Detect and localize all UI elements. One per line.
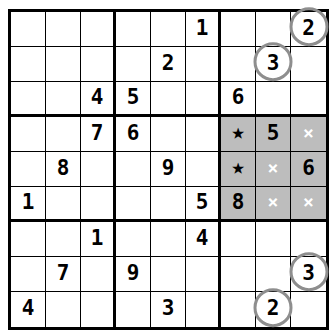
cell-r3c5[interactable] <box>151 82 186 117</box>
cell-r3c3[interactable]: 4 <box>81 82 116 117</box>
cell-r8c4[interactable]: 9 <box>116 257 151 292</box>
cell-digit: 7 <box>91 123 104 144</box>
cell-r4c1[interactable] <box>11 117 46 152</box>
x-mark-icon: × <box>303 124 314 142</box>
cell-r5c3[interactable] <box>81 152 116 187</box>
cell-r3c1[interactable] <box>11 82 46 117</box>
cell-r3c8[interactable] <box>256 82 291 117</box>
cell-r6c4[interactable] <box>116 187 151 222</box>
cell-digit: 7 <box>57 263 70 284</box>
cell-r8c5[interactable] <box>151 257 186 292</box>
cell-r2c2[interactable] <box>46 47 81 82</box>
cell-r8c6[interactable] <box>186 257 221 292</box>
cell-r7c9[interactable] <box>291 222 326 257</box>
star-icon: ★ <box>231 121 244 143</box>
cell-r4c4[interactable]: 6 <box>116 117 151 152</box>
cell-digit: 4 <box>91 87 104 108</box>
cell-r4c7[interactable]: ★ <box>221 117 256 152</box>
cell-r7c8[interactable] <box>256 222 291 257</box>
cell-r6c3[interactable] <box>81 187 116 222</box>
cell-r7c1[interactable] <box>11 222 46 257</box>
cell-r2c1[interactable] <box>11 47 46 82</box>
cell-r9c5[interactable]: 3 <box>151 292 186 327</box>
cell-r2c7[interactable] <box>221 47 256 82</box>
cell-r3c2[interactable] <box>46 82 81 117</box>
cell-r1c4[interactable] <box>116 12 151 47</box>
cell-r1c3[interactable] <box>81 12 116 47</box>
cell-digit: 8 <box>57 158 70 179</box>
cell-r4c6[interactable] <box>186 117 221 152</box>
cell-r1c5[interactable] <box>151 12 186 47</box>
star-icon: ★ <box>231 156 244 178</box>
x-mark-icon: × <box>268 193 279 211</box>
cell-r5c1[interactable] <box>11 152 46 187</box>
cell-r1c2[interactable] <box>46 12 81 47</box>
cell-r3c4[interactable]: 5 <box>116 82 151 117</box>
cell-r2c8[interactable]: 3 <box>256 47 291 82</box>
cell-r6c5[interactable] <box>151 187 186 222</box>
cell-digit: 2 <box>162 53 175 74</box>
cell-digit: 1 <box>196 18 209 39</box>
cell-r3c7[interactable]: 6 <box>221 82 256 117</box>
cell-r7c5[interactable] <box>151 222 186 257</box>
cell-r5c2[interactable]: 8 <box>46 152 81 187</box>
cell-r4c3[interactable]: 7 <box>81 117 116 152</box>
cell-r9c6[interactable] <box>186 292 221 327</box>
cell-r2c4[interactable] <box>116 47 151 82</box>
cell-digit: 6 <box>232 87 245 108</box>
sudoku-screenshot: 122345676★5×89★×6158××14793432 <box>0 0 336 336</box>
cell-r9c7[interactable] <box>221 292 256 327</box>
cell-r9c2[interactable] <box>46 292 81 327</box>
cell-r9c3[interactable] <box>81 292 116 327</box>
cell-digit: 5 <box>196 192 209 213</box>
cell-digit: 6 <box>302 158 315 179</box>
cell-r9c4[interactable] <box>116 292 151 327</box>
cell-digit: 9 <box>162 158 175 179</box>
cell-r8c9[interactable]: 3 <box>291 257 326 292</box>
cell-r1c6[interactable]: 1 <box>186 12 221 47</box>
cell-r7c7[interactable] <box>221 222 256 257</box>
cell-r5c6[interactable] <box>186 152 221 187</box>
cell-digit: 5 <box>267 123 280 144</box>
cell-r3c6[interactable] <box>186 82 221 117</box>
cell-r5c7[interactable]: ★ <box>221 152 256 187</box>
cell-digit: 1 <box>22 192 35 213</box>
cell-r6c2[interactable] <box>46 187 81 222</box>
cell-r4c5[interactable] <box>151 117 186 152</box>
cell-r4c2[interactable] <box>46 117 81 152</box>
cell-r3c9[interactable] <box>291 82 326 117</box>
cell-digit: 1 <box>91 228 104 249</box>
cell-r7c3[interactable]: 1 <box>81 222 116 257</box>
cell-digit: 9 <box>127 263 140 284</box>
cell-r9c8[interactable]: 2 <box>256 292 291 327</box>
cell-r2c9[interactable] <box>291 47 326 82</box>
cell-r2c3[interactable] <box>81 47 116 82</box>
cell-r4c9[interactable]: × <box>291 117 326 152</box>
cell-r9c1[interactable]: 4 <box>11 292 46 327</box>
x-mark-icon: × <box>303 193 314 211</box>
cell-r4c8[interactable]: 5 <box>256 117 291 152</box>
cell-r6c7[interactable]: 8 <box>221 187 256 222</box>
cell-r8c2[interactable]: 7 <box>46 257 81 292</box>
cell-r1c7[interactable] <box>221 12 256 47</box>
cell-r6c1[interactable]: 1 <box>11 187 46 222</box>
cell-r7c2[interactable] <box>46 222 81 257</box>
cell-digit: 4 <box>196 228 209 249</box>
cell-r9c9[interactable] <box>291 292 326 327</box>
cell-r1c8[interactable] <box>256 12 291 47</box>
cell-digit: 2 <box>302 18 315 39</box>
cell-r5c8[interactable]: × <box>256 152 291 187</box>
cell-digit: 3 <box>162 298 175 319</box>
cell-r6c8[interactable]: × <box>256 187 291 222</box>
cell-digit: 8 <box>232 192 245 213</box>
cell-r1c9[interactable]: 2 <box>291 12 326 47</box>
cell-r5c9[interactable]: 6 <box>291 152 326 187</box>
cell-r2c5[interactable]: 2 <box>151 47 186 82</box>
cell-r6c9[interactable]: × <box>291 187 326 222</box>
sudoku-board: 122345676★5×89★×6158××14793432 <box>8 9 329 330</box>
cell-digit: 6 <box>127 123 140 144</box>
cell-r2c6[interactable] <box>186 47 221 82</box>
cell-r8c7[interactable] <box>221 257 256 292</box>
cell-r6c6[interactable]: 5 <box>186 187 221 222</box>
cell-r1c1[interactable] <box>11 12 46 47</box>
cell-r5c4[interactable] <box>116 152 151 187</box>
cell-digit: 5 <box>127 87 140 108</box>
cell-digit: 3 <box>302 263 315 284</box>
cell-digit: 4 <box>22 298 35 319</box>
cell-r8c8[interactable] <box>256 257 291 292</box>
cell-r7c6[interactable]: 4 <box>186 222 221 257</box>
cell-digit: 2 <box>267 298 280 319</box>
x-mark-icon: × <box>268 159 279 177</box>
cell-r5c5[interactable]: 9 <box>151 152 186 187</box>
cell-r8c3[interactable] <box>81 257 116 292</box>
cell-digit: 3 <box>267 53 280 74</box>
cell-r7c4[interactable] <box>116 222 151 257</box>
cell-r8c1[interactable] <box>11 257 46 292</box>
